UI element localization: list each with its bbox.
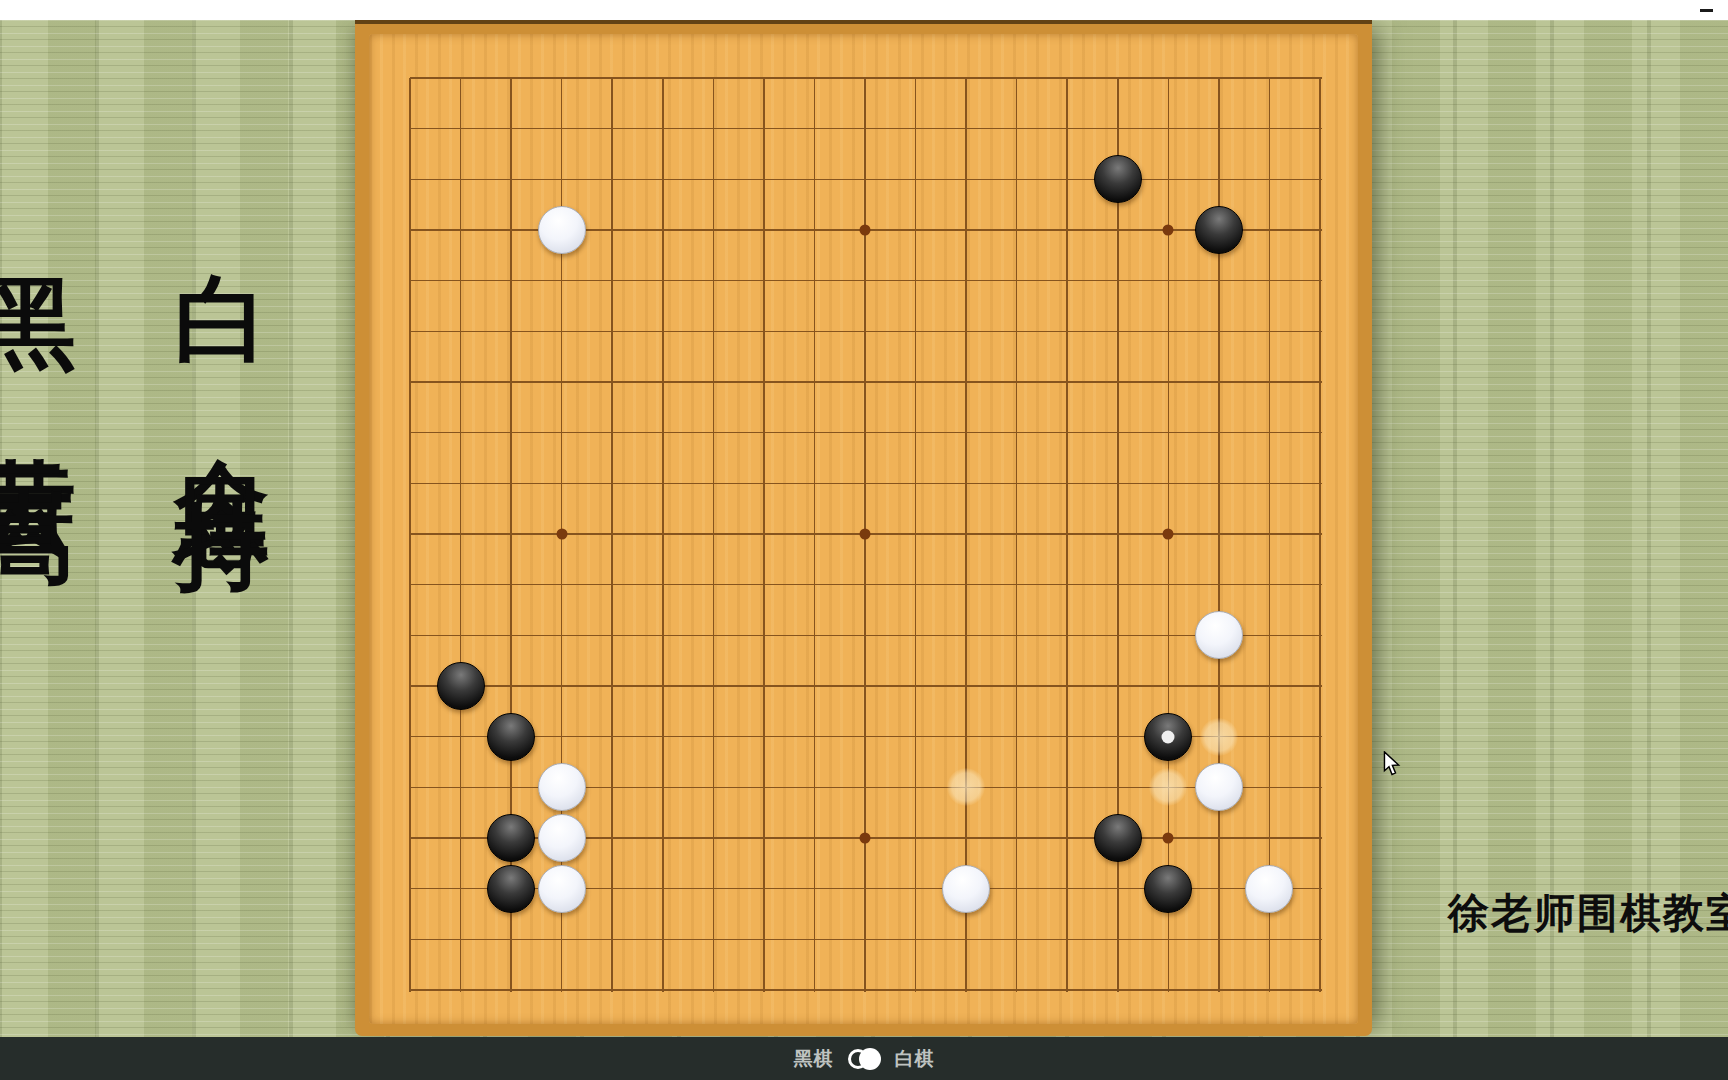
stone-white-S3 <box>1245 865 1293 913</box>
ghost-stone-R6 <box>1200 718 1238 756</box>
stone-white-D3 <box>538 865 586 913</box>
grid-line-vertical <box>713 78 715 992</box>
stone-black-C6 <box>487 713 535 761</box>
grid-line-vertical <box>460 78 462 992</box>
minimize-icon[interactable] <box>1700 9 1713 12</box>
grid-line-vertical <box>611 78 613 992</box>
black-player-label: 黑 黄云嵩 <box>0 198 78 418</box>
black-color-char: 黑 <box>0 198 84 212</box>
grid-line-horizontal <box>410 989 1322 991</box>
star-point <box>1163 529 1174 540</box>
stone-color-toggle-group: 黑棋 白棋 <box>794 1046 935 1072</box>
ghost-stone-Q5 <box>1149 768 1187 806</box>
toggle-knob-icon <box>859 1048 881 1070</box>
grid-line-vertical <box>965 78 967 992</box>
stone-black-Q6 <box>1144 713 1192 761</box>
grid-line-horizontal <box>410 685 1322 687</box>
white-player-label: 白 金恩持 <box>175 198 270 441</box>
grid-line-vertical <box>662 78 664 992</box>
stone-black-C4 <box>487 814 535 862</box>
app-window: 黑 黄云嵩 白 金恩持 徐老师围棋教室 黑棋 白棋 <box>0 0 1728 1080</box>
stone-black-R16 <box>1195 206 1243 254</box>
star-point <box>556 529 567 540</box>
ghost-stone-M5 <box>947 768 985 806</box>
grid-line-horizontal <box>410 635 1322 637</box>
grid-line-horizontal <box>410 179 1322 181</box>
white-player-name: 金恩持 <box>170 381 276 441</box>
stone-white-D5 <box>538 763 586 811</box>
grid-line-vertical <box>1269 78 1271 992</box>
star-point <box>860 833 871 844</box>
grid-line-vertical <box>409 78 411 992</box>
grid-line-horizontal <box>410 77 1322 79</box>
grid-line-vertical <box>915 78 917 992</box>
stone-black-B7 <box>437 662 485 710</box>
star-point <box>860 529 871 540</box>
classroom-watermark: 徐老师围棋教室 <box>1448 886 1728 941</box>
stone-black-Q3 <box>1144 865 1192 913</box>
grid-line-vertical <box>814 78 816 992</box>
grid-line-horizontal <box>410 280 1322 282</box>
star-point <box>860 225 871 236</box>
grid-line-horizontal <box>410 483 1322 485</box>
black-player-name: 黄云嵩 <box>0 376 84 418</box>
grid-line-horizontal <box>410 939 1322 941</box>
stone-white-R8 <box>1195 611 1243 659</box>
star-point <box>1163 833 1174 844</box>
stone-black-P17 <box>1094 155 1142 203</box>
go-board[interactable] <box>355 20 1372 1036</box>
grid-line-vertical <box>1016 78 1018 992</box>
stone-white-D16 <box>538 206 586 254</box>
grid-line-vertical <box>1066 78 1068 992</box>
stone-black-C3 <box>487 865 535 913</box>
stone-white-R5 <box>1195 763 1243 811</box>
white-color-char: 白 <box>170 198 276 218</box>
grid-line-horizontal <box>410 432 1322 434</box>
stone-white-D4 <box>538 814 586 862</box>
star-point <box>1163 225 1174 236</box>
grid-line-horizontal <box>410 128 1322 130</box>
mouse-cursor-icon <box>1383 751 1401 777</box>
black-stones-label: 黑棋 <box>794 1046 834 1072</box>
white-stones-label: 白棋 <box>895 1046 935 1072</box>
tatami-background: 黑 黄云嵩 白 金恩持 徐老师围棋教室 <box>0 20 1728 1037</box>
last-move-marker <box>1162 730 1175 743</box>
grid-line-vertical <box>1319 78 1321 992</box>
title-bar <box>0 0 1728 20</box>
grid-line-horizontal <box>410 331 1322 333</box>
stone-color-toggle[interactable] <box>848 1048 881 1070</box>
grid-line-horizontal <box>410 584 1322 586</box>
stone-black-P4 <box>1094 814 1142 862</box>
grid-line-vertical <box>763 78 765 992</box>
stone-white-M3 <box>942 865 990 913</box>
bottom-control-bar: 黑棋 白棋 <box>0 1037 1728 1080</box>
grid-line-horizontal <box>410 381 1322 383</box>
